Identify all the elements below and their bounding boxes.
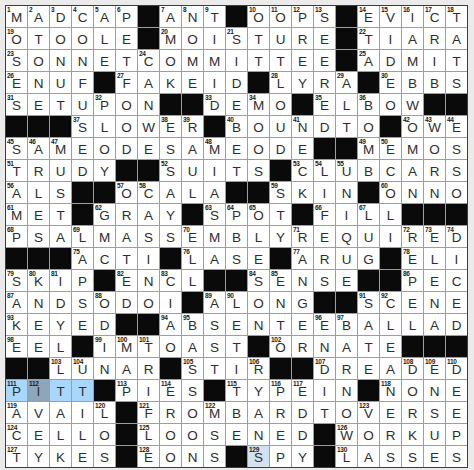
cell-r10c11[interactable]: 64P: [226, 204, 247, 225]
cell-r19c8[interactable]: R: [160, 402, 181, 423]
cell-r20c9[interactable]: O: [182, 424, 203, 445]
cell-r4c10[interactable]: I: [204, 72, 225, 93]
cell-r20c20[interactable]: U: [424, 424, 445, 445]
cell-r9c15[interactable]: I: [314, 182, 335, 203]
cell-r6c16[interactable]: T: [336, 116, 357, 137]
cell-r14c7[interactable]: O: [138, 292, 159, 313]
cell-r18c12[interactable]: Y: [248, 380, 269, 401]
cell-r8c2[interactable]: R: [28, 160, 49, 181]
cell-r11c20[interactable]: 73E: [424, 226, 445, 247]
cell-r2c14[interactable]: R: [292, 28, 313, 49]
cell-r2c1[interactable]: 19O: [6, 28, 27, 49]
cell-r6c19[interactable]: 42O: [402, 116, 423, 137]
cell-r21c3[interactable]: K: [50, 446, 71, 467]
cell-r9c18[interactable]: 60O: [380, 182, 401, 203]
cell-r4c7[interactable]: A: [138, 72, 159, 93]
cell-r13c3[interactable]: 81I: [50, 270, 71, 291]
cell-r2c2[interactable]: T: [28, 28, 49, 49]
cell-r8c18[interactable]: C: [380, 160, 401, 181]
cell-r19c4[interactable]: I: [72, 402, 93, 423]
cell-r8c8[interactable]: 52S: [160, 160, 181, 181]
cell-r3c5[interactable]: E: [94, 50, 115, 71]
cell-r11c14[interactable]: 71R: [292, 226, 313, 247]
cell-r7c2[interactable]: 46A: [28, 138, 49, 159]
cell-r13c12[interactable]: 84S: [248, 270, 269, 291]
cell-r19c3[interactable]: A: [50, 402, 71, 423]
cell-r18c18[interactable]: 118N: [380, 380, 401, 401]
cell-r13c19[interactable]: 86P: [402, 270, 423, 291]
cell-r14c5[interactable]: 88O: [94, 292, 115, 313]
cell-r14c11[interactable]: 90L: [226, 292, 247, 313]
cell-r21c1[interactable]: 127T: [6, 446, 27, 467]
cell-r12c14[interactable]: 77A: [292, 248, 313, 269]
cell-r8c17[interactable]: B: [358, 160, 379, 181]
cell-r15c21[interactable]: D: [446, 314, 467, 335]
cell-r19c15[interactable]: T: [314, 402, 335, 423]
cell-r12c12[interactable]: E: [248, 248, 269, 269]
cell-r15c1[interactable]: 93K: [6, 314, 27, 335]
cell-r6c12[interactable]: O: [248, 116, 269, 137]
cell-r11c18[interactable]: I: [380, 226, 401, 247]
cell-r8c20[interactable]: R: [424, 160, 445, 181]
cell-r7c9[interactable]: A: [182, 138, 203, 159]
cell-r15c8[interactable]: 94A: [160, 314, 181, 335]
cell-r17c9[interactable]: 105S: [182, 358, 203, 379]
cell-r1c18[interactable]: 15V: [380, 6, 401, 27]
cell-r14c21[interactable]: E: [446, 292, 467, 313]
cell-r21c17[interactable]: A: [358, 446, 379, 467]
cell-r11c15[interactable]: E: [314, 226, 335, 247]
cell-r10c12[interactable]: 65O: [248, 204, 269, 225]
cell-r14c2[interactable]: N: [28, 292, 49, 313]
cell-r18c14[interactable]: 117E: [292, 380, 313, 401]
cell-r20c16[interactable]: 126W: [336, 424, 357, 445]
cell-r6c17[interactable]: O: [358, 116, 379, 137]
cell-r5c1[interactable]: 31S: [6, 94, 27, 115]
cell-r13c6[interactable]: 82E: [116, 270, 137, 291]
cell-r9c13[interactable]: 59S: [270, 182, 291, 203]
cell-r20c7[interactable]: 125L: [138, 424, 159, 445]
cell-r17c17[interactable]: E: [358, 358, 379, 379]
cell-r15c4[interactable]: E: [72, 314, 93, 335]
cell-r12c6[interactable]: T: [116, 248, 137, 269]
cell-r20c2[interactable]: E: [28, 424, 49, 445]
cell-r21c16[interactable]: 130L: [336, 446, 357, 467]
cell-r9c16[interactable]: N: [336, 182, 357, 203]
cell-r5c17[interactable]: 36B: [358, 94, 379, 115]
cell-r20c17[interactable]: O: [358, 424, 379, 445]
cell-r2c11[interactable]: 21S: [226, 28, 247, 49]
cell-r20c1[interactable]: 124C: [6, 424, 27, 445]
cell-r20c10[interactable]: S: [204, 424, 225, 445]
cell-r19c19[interactable]: R: [402, 402, 423, 423]
cell-r1c1[interactable]: 1M: [6, 6, 27, 27]
cell-r8c3[interactable]: U: [50, 160, 71, 181]
cell-r7c5[interactable]: O: [94, 138, 115, 159]
cell-r1c13[interactable]: 11O: [270, 6, 291, 27]
cell-r14c6[interactable]: D: [116, 292, 137, 313]
cell-r11c6[interactable]: A: [116, 226, 137, 247]
cell-r11c1[interactable]: 68P: [6, 226, 27, 247]
cell-r3c7[interactable]: 24C: [138, 50, 159, 71]
cell-r13c9[interactable]: L: [182, 270, 203, 291]
cell-r18c13[interactable]: 116P: [270, 380, 291, 401]
cell-r11c8[interactable]: S: [160, 226, 181, 247]
cell-r16c7[interactable]: 101T: [138, 336, 159, 357]
cell-r10c16[interactable]: I: [336, 204, 357, 225]
cell-r2c3[interactable]: O: [50, 28, 71, 49]
cell-r3c1[interactable]: 23S: [6, 50, 27, 71]
cell-r12c9[interactable]: 76L: [182, 248, 203, 269]
cell-r15c5[interactable]: D: [94, 314, 115, 335]
cell-r21c9[interactable]: N: [182, 446, 203, 467]
cell-r12c10[interactable]: A: [204, 248, 225, 269]
cell-r6c6[interactable]: O: [116, 116, 137, 137]
cell-r1c14[interactable]: 12P: [292, 6, 313, 27]
cell-r11c2[interactable]: S: [28, 226, 49, 247]
cell-r19c2[interactable]: V: [28, 402, 49, 423]
cell-r12c5[interactable]: C: [94, 248, 115, 269]
cell-r13c13[interactable]: 85E: [270, 270, 291, 291]
cell-r17c18[interactable]: A: [380, 358, 401, 379]
cell-r1c12[interactable]: 10O: [248, 6, 269, 27]
cell-r18c19[interactable]: O: [402, 380, 423, 401]
cell-r19c16[interactable]: O: [336, 402, 357, 423]
cell-r4c19[interactable]: B: [402, 72, 423, 93]
cell-r5c18[interactable]: O: [380, 94, 401, 115]
cell-r14c13[interactable]: N: [270, 292, 291, 313]
cell-r18c20[interactable]: N: [424, 380, 445, 401]
cell-r20c4[interactable]: L: [72, 424, 93, 445]
cell-r3c18[interactable]: D: [380, 50, 401, 71]
cell-r3c2[interactable]: O: [28, 50, 49, 71]
cell-r6c15[interactable]: D: [314, 116, 335, 137]
cell-r2c12[interactable]: T: [248, 28, 269, 49]
cell-r16c3[interactable]: L: [50, 336, 71, 357]
cell-r11c11[interactable]: B: [226, 226, 247, 247]
cell-r3c6[interactable]: T: [116, 50, 137, 71]
cell-r19c12[interactable]: A: [248, 402, 269, 423]
cell-r11c9[interactable]: 70E: [182, 226, 203, 247]
cell-r8c12[interactable]: S: [248, 160, 269, 181]
cell-r15c11[interactable]: E: [226, 314, 247, 335]
cell-r1c10[interactable]: 9T: [204, 6, 225, 27]
cell-r1c5[interactable]: 5A: [94, 6, 115, 27]
cell-r5c7[interactable]: N: [138, 94, 159, 115]
cell-r5c3[interactable]: T: [50, 94, 71, 115]
cell-r3c4[interactable]: N: [72, 50, 93, 71]
cell-r9c7[interactable]: 58C: [138, 182, 159, 203]
cell-r20c19[interactable]: K: [402, 424, 423, 445]
cell-r11c4[interactable]: 69L: [72, 226, 93, 247]
cell-r19c13[interactable]: R: [270, 402, 291, 423]
cell-r10c3[interactable]: T: [50, 204, 71, 225]
cell-r13c14[interactable]: N: [292, 270, 313, 291]
cell-r12c16[interactable]: U: [336, 248, 357, 269]
cell-r20c8[interactable]: O: [160, 424, 181, 445]
cell-r13c4[interactable]: P: [72, 270, 93, 291]
cell-r4c11[interactable]: D: [226, 72, 247, 93]
cell-r5c6[interactable]: O: [116, 94, 137, 115]
cell-r8c4[interactable]: D: [72, 160, 93, 181]
cell-r12c21[interactable]: I: [446, 248, 467, 269]
cell-r10c10[interactable]: 63S: [204, 204, 225, 225]
cell-r21c13[interactable]: P: [270, 446, 291, 467]
cell-r19c7[interactable]: 121F: [138, 402, 159, 423]
cell-r12c7[interactable]: I: [138, 248, 159, 269]
cell-r2c10[interactable]: I: [204, 28, 225, 49]
cell-r5c19[interactable]: W: [402, 94, 423, 115]
cell-r19c20[interactable]: S: [424, 402, 445, 423]
cell-r9c6[interactable]: 57O: [116, 182, 137, 203]
cell-r11c16[interactable]: Q: [336, 226, 357, 247]
cell-r2c6[interactable]: E: [116, 28, 137, 49]
cell-r8c5[interactable]: Y: [94, 160, 115, 181]
cell-r13c21[interactable]: C: [446, 270, 467, 291]
cell-r7c11[interactable]: E: [226, 138, 247, 159]
cell-r6c13[interactable]: U: [270, 116, 291, 137]
cell-r7c6[interactable]: D: [116, 138, 137, 159]
cell-r8c21[interactable]: S: [446, 160, 467, 181]
cell-r1c19[interactable]: 16I: [402, 6, 423, 27]
cell-r6c8[interactable]: 38E: [160, 116, 181, 137]
cell-r1c20[interactable]: 17C: [424, 6, 445, 27]
cell-r14c18[interactable]: 92C: [380, 292, 401, 313]
cell-r1c17[interactable]: 14E: [358, 6, 379, 27]
cell-r14c4[interactable]: S: [72, 292, 93, 313]
cell-r2c20[interactable]: R: [424, 28, 445, 49]
cell-r21c8[interactable]: O: [160, 446, 181, 467]
cell-r8c10[interactable]: I: [204, 160, 225, 181]
cell-r4c2[interactable]: N: [28, 72, 49, 93]
cell-r15c2[interactable]: E: [28, 314, 49, 335]
cell-r3c14[interactable]: E: [292, 50, 313, 71]
cell-r2c9[interactable]: O: [182, 28, 203, 49]
cell-r2c21[interactable]: A: [446, 28, 467, 49]
cell-r2c4[interactable]: O: [72, 28, 93, 49]
cell-r20c3[interactable]: L: [50, 424, 71, 445]
cell-r4c15[interactable]: R: [314, 72, 335, 93]
cell-r4c4[interactable]: F: [72, 72, 93, 93]
cell-r19c17[interactable]: 123V: [358, 402, 379, 423]
cell-r12c11[interactable]: S: [226, 248, 247, 269]
cell-r10c1[interactable]: 61M: [6, 204, 27, 225]
cell-r9c20[interactable]: N: [424, 182, 445, 203]
cell-r4c21[interactable]: S: [446, 72, 467, 93]
cell-r6c20[interactable]: 43W: [424, 116, 445, 137]
cell-r18c6[interactable]: 113P: [116, 380, 137, 401]
cell-r7c10[interactable]: 48M: [204, 138, 225, 159]
cell-r20c5[interactable]: O: [94, 424, 115, 445]
cell-r7c17[interactable]: 49M: [358, 138, 379, 159]
cell-r11c7[interactable]: S: [138, 226, 159, 247]
cell-r15c18[interactable]: L: [380, 314, 401, 335]
cell-r4c14[interactable]: Y: [292, 72, 313, 93]
cell-r4c8[interactable]: K: [160, 72, 181, 93]
cell-r4c18[interactable]: 30E: [380, 72, 401, 93]
cell-r6c14[interactable]: 41N: [292, 116, 313, 137]
cell-r1c21[interactable]: 18T: [446, 6, 467, 27]
cell-r19c21[interactable]: E: [446, 402, 467, 423]
cell-r12c17[interactable]: G: [358, 248, 379, 269]
cell-r11c3[interactable]: A: [50, 226, 71, 247]
cell-r14c17[interactable]: 91S: [358, 292, 379, 313]
cell-r5c16[interactable]: L: [336, 94, 357, 115]
cell-r16c2[interactable]: E: [28, 336, 49, 357]
cell-r7c12[interactable]: O: [248, 138, 269, 159]
cell-r16c10[interactable]: S: [204, 336, 225, 357]
cell-r9c1[interactable]: 56A: [6, 182, 27, 203]
cell-r2c15[interactable]: E: [314, 28, 335, 49]
cell-r11c12[interactable]: L: [248, 226, 269, 247]
cell-r1c15[interactable]: 13S: [314, 6, 335, 27]
cell-r6c5[interactable]: L: [94, 116, 115, 137]
cell-r2c17[interactable]: 22T: [358, 28, 379, 49]
cell-r7c8[interactable]: S: [160, 138, 181, 159]
cell-r15c10[interactable]: S: [204, 314, 225, 335]
cell-r16c5[interactable]: 99I: [94, 336, 115, 357]
cell-r21c14[interactable]: Y: [292, 446, 313, 467]
cell-r7c4[interactable]: E: [72, 138, 93, 159]
cell-r16c1[interactable]: 98E: [6, 336, 27, 357]
cell-r3c11[interactable]: I: [226, 50, 247, 71]
cell-r3c12[interactable]: T: [248, 50, 269, 71]
cell-r10c5[interactable]: 62G: [94, 204, 115, 225]
cell-r5c5[interactable]: 32P: [94, 94, 115, 115]
cell-r18c8[interactable]: 114E: [160, 380, 181, 401]
cell-r19c9[interactable]: O: [182, 402, 203, 423]
cell-r10c7[interactable]: A: [138, 204, 159, 225]
cell-r9c21[interactable]: O: [446, 182, 467, 203]
cell-r16c17[interactable]: T: [358, 336, 379, 357]
cell-r20c14[interactable]: D: [292, 424, 313, 445]
cell-r15c17[interactable]: A: [358, 314, 379, 335]
cell-r18c9[interactable]: S: [182, 380, 203, 401]
cell-r5c15[interactable]: 35E: [314, 94, 335, 115]
cell-r19c14[interactable]: D: [292, 402, 313, 423]
cell-r8c16[interactable]: 55U: [336, 160, 357, 181]
cell-r14c10[interactable]: 89A: [204, 292, 225, 313]
cell-r10c13[interactable]: T: [270, 204, 291, 225]
cell-r1c8[interactable]: 7A: [160, 6, 181, 27]
cell-r15c16[interactable]: 97B: [336, 314, 357, 335]
cell-r12c19[interactable]: 78E: [402, 248, 423, 269]
cell-r15c20[interactable]: A: [424, 314, 445, 335]
cell-r17c16[interactable]: R: [336, 358, 357, 379]
cell-r21c12[interactable]: 129S: [248, 446, 269, 467]
cell-r18c4[interactable]: T: [72, 380, 93, 401]
cell-r12c15[interactable]: R: [314, 248, 335, 269]
cell-r21c5[interactable]: S: [94, 446, 115, 467]
cell-r14c1[interactable]: 87A: [6, 292, 27, 313]
cell-r17c7[interactable]: R: [138, 358, 159, 379]
cell-r16c6[interactable]: 100M: [116, 336, 137, 357]
cell-r4c16[interactable]: 29A: [336, 72, 357, 93]
cell-r17c12[interactable]: 106R: [248, 358, 269, 379]
cell-r12c20[interactable]: L: [424, 248, 445, 269]
cell-r4c3[interactable]: U: [50, 72, 71, 93]
cell-r11c10[interactable]: M: [204, 226, 225, 247]
cell-r8c11[interactable]: T: [226, 160, 247, 181]
cell-r3c10[interactable]: M: [204, 50, 225, 71]
cell-r17c21[interactable]: 110D: [446, 358, 467, 379]
cell-r20c11[interactable]: E: [226, 424, 247, 445]
cell-r13c1[interactable]: 79S: [6, 270, 27, 291]
cell-r7c19[interactable]: M: [402, 138, 423, 159]
cell-r14c3[interactable]: D: [50, 292, 71, 313]
cell-r6c21[interactable]: 44E: [446, 116, 467, 137]
cell-r18c11[interactable]: 115T: [226, 380, 247, 401]
cell-r9c2[interactable]: L: [28, 182, 49, 203]
cell-r16c18[interactable]: E: [380, 336, 401, 357]
cell-r1c4[interactable]: 4C: [72, 6, 93, 27]
cell-r16c13[interactable]: 102O: [270, 336, 291, 357]
cell-r11c13[interactable]: Y: [270, 226, 291, 247]
cell-r5c12[interactable]: 34M: [248, 94, 269, 115]
cell-r7c21[interactable]: S: [446, 138, 467, 159]
cell-r18c3[interactable]: T: [50, 380, 71, 401]
cell-r17c20[interactable]: 109E: [424, 358, 445, 379]
cell-r19c18[interactable]: E: [380, 402, 401, 423]
cell-r4c9[interactable]: E: [182, 72, 203, 93]
cell-r9c3[interactable]: S: [50, 182, 71, 203]
cell-r10c6[interactable]: R: [116, 204, 137, 225]
cell-r3c8[interactable]: O: [160, 50, 181, 71]
cell-r20c21[interactable]: P: [446, 424, 467, 445]
cell-r21c19[interactable]: S: [402, 446, 423, 467]
cell-r15c9[interactable]: 95B: [182, 314, 203, 335]
cell-r17c5[interactable]: N: [94, 358, 115, 379]
cell-r2c13[interactable]: U: [270, 28, 291, 49]
cell-r19c1[interactable]: 119A: [6, 402, 27, 423]
cell-r10c2[interactable]: E: [28, 204, 49, 225]
cell-r11c21[interactable]: 74D: [446, 226, 467, 247]
cell-r14c8[interactable]: I: [160, 292, 181, 313]
cell-r6c11[interactable]: 40B: [226, 116, 247, 137]
cell-r10c8[interactable]: Y: [160, 204, 181, 225]
cell-r20c18[interactable]: R: [380, 424, 401, 445]
cell-r5c2[interactable]: E: [28, 94, 49, 115]
cell-r5c4[interactable]: U: [72, 94, 93, 115]
cell-r13c20[interactable]: E: [424, 270, 445, 291]
cell-r18c21[interactable]: E: [446, 380, 467, 401]
cell-r15c14[interactable]: E: [292, 314, 313, 335]
cell-r9c14[interactable]: K: [292, 182, 313, 203]
cell-r3c15[interactable]: E: [314, 50, 335, 71]
cell-r17c6[interactable]: A: [116, 358, 137, 379]
cell-r2c19[interactable]: A: [402, 28, 423, 49]
cell-r16c16[interactable]: A: [336, 336, 357, 357]
cell-r18c2[interactable]: 112I: [28, 380, 49, 401]
cell-r4c20[interactable]: B: [424, 72, 445, 93]
cell-r8c1[interactable]: 51T: [6, 160, 27, 181]
cell-r13c8[interactable]: 83C: [160, 270, 181, 291]
cell-r16c15[interactable]: N: [314, 336, 335, 357]
cell-r4c6[interactable]: 27F: [116, 72, 137, 93]
cell-r8c19[interactable]: A: [402, 160, 423, 181]
cell-r16c11[interactable]: T: [226, 336, 247, 357]
cell-r13c15[interactable]: S: [314, 270, 335, 291]
cell-r10c17[interactable]: 67L: [358, 204, 379, 225]
cell-r21c10[interactable]: S: [204, 446, 225, 467]
cell-r1c2[interactable]: 2A: [28, 6, 49, 27]
cell-r15c19[interactable]: L: [402, 314, 423, 335]
cell-r14c14[interactable]: G: [292, 292, 313, 313]
cell-r9c10[interactable]: A: [204, 182, 225, 203]
cell-r5c10[interactable]: 33D: [204, 94, 225, 115]
cell-r14c12[interactable]: O: [248, 292, 269, 313]
cell-r19c11[interactable]: B: [226, 402, 247, 423]
